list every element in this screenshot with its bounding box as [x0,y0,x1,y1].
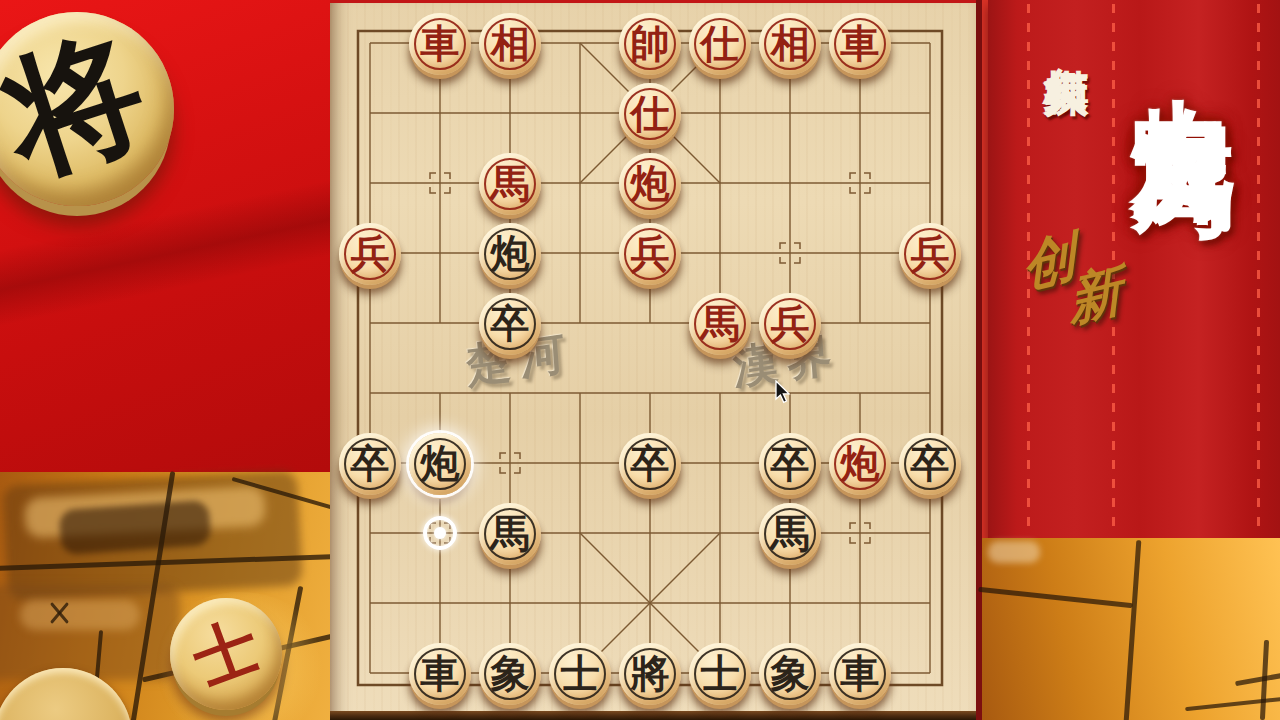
piece-red-f4-r2[interactable]: 炮 [619,153,681,215]
piece-black-f6-r9[interactable]: 象 [759,643,821,705]
piece-black-f3-r9[interactable]: 士 [549,643,611,705]
piece-glyph: 炮 [491,234,530,273]
piece-glyph: 炮 [841,444,880,483]
piece-red-f1-r0[interactable]: 車 [409,13,471,75]
piece-red-f2-r2[interactable]: 馬 [479,153,541,215]
piece-glyph: 兵 [771,304,810,343]
move-origin-dot [434,527,446,539]
screenshot-root: 将 士 楚河 漢界 車相帥仕相車仕馬炮兵炮兵兵卒馬兵卒炮卒卒炮卒馬馬車象士將士象… [0,0,1280,720]
piece-red-f0-r3[interactable]: 兵 [339,223,401,285]
piece-glyph: 馬 [491,514,530,553]
piece-glyph: 卒 [491,304,530,343]
piece-red-f7-r6[interactable]: 炮 [829,433,891,495]
piece-glyph: 卒 [631,444,670,483]
piece-red-f6-r4[interactable]: 兵 [759,293,821,355]
piece-red-f6-r0[interactable]: 相 [759,13,821,75]
piece-black-f2-r3[interactable]: 炮 [479,223,541,285]
banner-stitch-line [1257,4,1260,536]
piece-black-f6-r6[interactable]: 卒 [759,433,821,495]
piece-black-f7-r9[interactable]: 車 [829,643,891,705]
piece-glyph: 兵 [631,234,670,273]
piece-glyph: 士 [561,654,600,693]
piece-glyph: 馬 [491,164,530,203]
piece-black-f4-r6[interactable]: 卒 [619,433,681,495]
piece-glyph: 象 [771,654,810,693]
piece-red-f5-r0[interactable]: 仕 [689,13,751,75]
piece-red-f4-r3[interactable]: 兵 [619,223,681,285]
piece-glyph: 帥 [631,24,670,63]
piece-red-f8-r3[interactable]: 兵 [899,223,961,285]
piece-black-f1-r6[interactable]: 炮 [409,433,471,495]
piece-black-f0-r6[interactable]: 卒 [339,433,401,495]
piece-red-f4-r0[interactable]: 帥 [619,13,681,75]
piece-glyph: 車 [841,24,880,63]
piece-glyph: 相 [491,24,530,63]
piece-glyph: 象 [491,654,530,693]
piece-glyph: 將 [631,654,670,693]
piece-black-f1-r9[interactable]: 車 [409,643,471,705]
piece-black-f5-r9[interactable]: 士 [689,643,751,705]
piece-glyph: 士 [701,654,740,693]
piece-glyph: 相 [771,24,810,63]
piece-black-f6-r7[interactable]: 馬 [759,503,821,565]
piece-red-f7-r0[interactable]: 車 [829,13,891,75]
banner-main-title: 中炮对屏风马 [1128,14,1239,714]
innovation-stamp-char: 新 [1066,261,1124,328]
piece-glyph: 兵 [351,234,390,273]
piece-glyph: 卒 [351,444,390,483]
move-origin-marker [423,516,457,550]
piece-black-f2-r4[interactable]: 卒 [479,293,541,355]
piece-black-f8-r6[interactable]: 卒 [899,433,961,495]
piece-glyph: 車 [421,654,460,693]
board-bottom-edge [330,711,980,720]
piece-glyph: 卒 [911,444,950,483]
piece-glyph: 卒 [771,444,810,483]
piece-black-f2-r7[interactable]: 馬 [479,503,541,565]
piece-black-f4-r9[interactable]: 將 [619,643,681,705]
piece-glyph: 車 [841,654,880,693]
mouse-cursor [774,380,794,406]
piece-glyph: 仕 [631,94,670,133]
piece-glyph: 車 [421,24,460,63]
piece-red-f2-r0[interactable]: 相 [479,13,541,75]
piece-red-f4-r1[interactable]: 仕 [619,83,681,145]
piece-glyph: 馬 [701,304,740,343]
piece-red-f5-r4[interactable]: 馬 [689,293,751,355]
piece-glyph: 兵 [911,234,950,273]
piece-black-f2-r9[interactable]: 象 [479,643,541,705]
piece-glyph: 炮 [631,164,670,203]
photo-scratch [988,541,1040,563]
piece-glyph: 炮 [421,444,460,483]
piece-glyph: 仕 [701,24,740,63]
piece-glyph: 馬 [771,514,810,553]
